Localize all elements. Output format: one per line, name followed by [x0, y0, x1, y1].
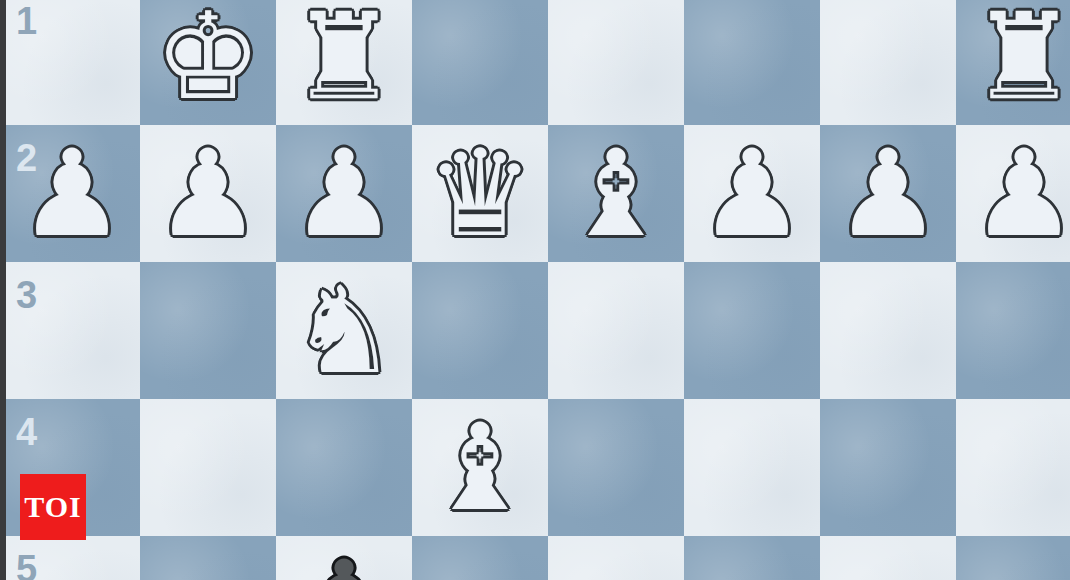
white-bishop-piece-e2: ♝: [562, 125, 670, 262]
square-c2[interactable]: ♟: [276, 125, 412, 262]
square-d4[interactable]: ♝: [412, 399, 548, 536]
square-f5[interactable]: [684, 536, 820, 580]
square-a3[interactable]: 3: [4, 262, 140, 399]
rank-label-3: 3: [16, 276, 37, 314]
square-a2[interactable]: 2♟: [4, 125, 140, 262]
white-knight-piece-c3: ♞: [290, 262, 398, 399]
square-g1[interactable]: [820, 0, 956, 125]
square-g4[interactable]: [820, 399, 956, 536]
square-c1[interactable]: ♜: [276, 0, 412, 125]
square-c5[interactable]: ♝: [276, 536, 412, 580]
white-pawn-piece-h2: ♟: [970, 125, 1070, 262]
white-pawn-piece-c2: ♟: [290, 125, 398, 262]
square-f1[interactable]: [684, 0, 820, 125]
square-f3[interactable]: [684, 262, 820, 399]
square-e4[interactable]: [548, 399, 684, 536]
square-b2[interactable]: ♟: [140, 125, 276, 262]
square-e3[interactable]: [548, 262, 684, 399]
square-f2[interactable]: ♟: [684, 125, 820, 262]
white-pawn-piece-f2: ♟: [698, 125, 806, 262]
white-rook-piece-c1: ♜: [290, 0, 398, 125]
square-e5[interactable]: [548, 536, 684, 580]
square-h4[interactable]: [956, 399, 1070, 536]
square-g3[interactable]: [820, 262, 956, 399]
square-b1[interactable]: ♚: [140, 0, 276, 125]
square-c4[interactable]: [276, 399, 412, 536]
rank-label-4: 4: [16, 413, 37, 451]
square-a1[interactable]: 1: [4, 0, 140, 125]
square-h5[interactable]: [956, 536, 1070, 580]
toi-logo-badge: TOI: [20, 474, 86, 540]
square-d3[interactable]: [412, 262, 548, 399]
rank-label-1: 1: [16, 2, 37, 40]
square-g2[interactable]: ♟: [820, 125, 956, 262]
left-edge-strip: [0, 0, 6, 580]
square-d2[interactable]: ♛: [412, 125, 548, 262]
square-b4[interactable]: [140, 399, 276, 536]
square-h2[interactable]: ♟: [956, 125, 1070, 262]
square-d5[interactable]: [412, 536, 548, 580]
square-e2[interactable]: ♝: [548, 125, 684, 262]
square-g5[interactable]: [820, 536, 956, 580]
white-bishop-piece-d4: ♝: [426, 399, 534, 536]
white-queen-piece-d2: ♛: [426, 125, 534, 262]
white-pawn-piece-a2: ♟: [18, 125, 126, 262]
white-pawn-piece-g2: ♟: [834, 125, 942, 262]
black-bishop-piece-c5: ♝: [290, 536, 398, 580]
square-e1[interactable]: [548, 0, 684, 125]
chess-board: 1♚♜♜2♟♟♟♛♝♟♟♟3♞4♝5♝: [4, 0, 1070, 580]
rank-label-5: 5: [16, 550, 37, 580]
white-pawn-piece-b2: ♟: [154, 125, 262, 262]
white-rook-piece-h1: ♜: [970, 0, 1070, 125]
square-h3[interactable]: [956, 262, 1070, 399]
square-b5[interactable]: [140, 536, 276, 580]
square-b3[interactable]: [140, 262, 276, 399]
square-c3[interactable]: ♞: [276, 262, 412, 399]
square-a5[interactable]: 5: [4, 536, 140, 580]
white-king-piece-b1: ♚: [154, 0, 262, 125]
square-f4[interactable]: [684, 399, 820, 536]
square-d1[interactable]: [412, 0, 548, 125]
toi-logo-text: TOI: [24, 492, 81, 522]
square-h1[interactable]: ♜: [956, 0, 1070, 125]
